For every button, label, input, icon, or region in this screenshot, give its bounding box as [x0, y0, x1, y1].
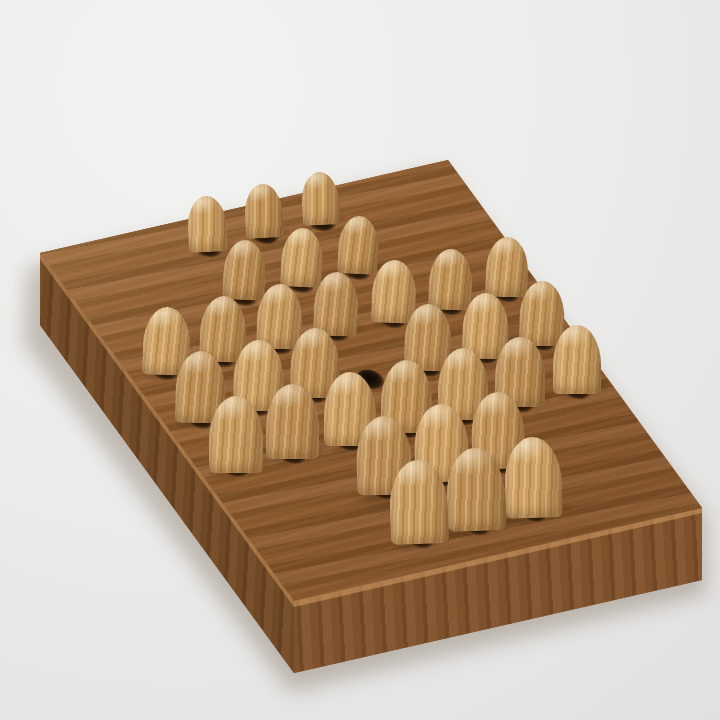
peg-body [209, 396, 263, 473]
peg-body [313, 271, 359, 336]
peg-body [280, 227, 324, 288]
peg-body [243, 183, 283, 239]
peg-body [519, 280, 565, 345]
peg-body [485, 236, 529, 297]
peg-body [428, 248, 473, 311]
peg-body [186, 195, 227, 252]
pegs-layer [0, 0, 720, 720]
peg-body [301, 171, 340, 226]
peg-body [553, 325, 601, 394]
photo-scene [0, 0, 720, 720]
peg-body [266, 384, 319, 460]
peg-body [337, 215, 380, 275]
